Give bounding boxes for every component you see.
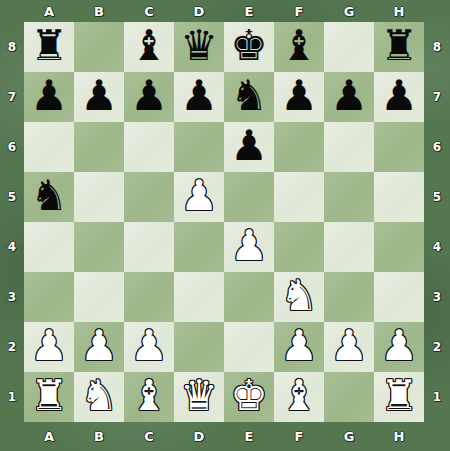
piece-black-bishop: ♝	[280, 21, 318, 71]
square-c4[interactable]	[124, 222, 174, 272]
piece-white-rook: ♜	[380, 371, 418, 421]
square-g2[interactable]: ♟	[324, 322, 374, 372]
square-h6[interactable]	[374, 122, 424, 172]
square-b7[interactable]: ♟	[74, 72, 124, 122]
square-f4[interactable]	[274, 222, 324, 272]
square-a3[interactable]	[24, 272, 74, 322]
piece-black-rook: ♜	[380, 21, 418, 71]
piece-white-pawn: ♟	[230, 221, 268, 271]
square-f2[interactable]: ♟	[274, 322, 324, 372]
file-label-g: G	[324, 0, 374, 22]
file-labels-bottom: ABCDEFGH	[24, 422, 424, 451]
square-h2[interactable]: ♟	[374, 322, 424, 372]
chessboard-app: ABCDEFGH ABCDEFGH 87654321 87654321 ♜♝♛♚…	[0, 0, 450, 451]
square-c2[interactable]: ♟	[124, 322, 174, 372]
piece-black-bishop: ♝	[130, 21, 168, 71]
square-b5[interactable]	[74, 172, 124, 222]
square-f7[interactable]: ♟	[274, 72, 324, 122]
square-b4[interactable]	[74, 222, 124, 272]
piece-white-pawn: ♟	[30, 321, 68, 371]
rank-label-2: 2	[0, 322, 24, 372]
square-a1[interactable]: ♜	[24, 372, 74, 422]
square-d7[interactable]: ♟	[174, 72, 224, 122]
piece-white-knight: ♞	[280, 271, 318, 321]
rank-label-6: 6	[0, 122, 24, 172]
square-a2[interactable]: ♟	[24, 322, 74, 372]
piece-black-rook: ♜	[30, 21, 68, 71]
file-label-a: A	[24, 0, 74, 22]
rank-label-6: 6	[424, 122, 450, 172]
square-g7[interactable]: ♟	[324, 72, 374, 122]
square-g3[interactable]	[324, 272, 374, 322]
file-label-h: H	[374, 422, 424, 451]
file-label-c: C	[124, 422, 174, 451]
square-h1[interactable]: ♜	[374, 372, 424, 422]
rank-label-1: 1	[0, 372, 24, 422]
rank-label-2: 2	[424, 322, 450, 372]
rank-label-3: 3	[0, 272, 24, 322]
file-label-e: E	[224, 0, 274, 22]
square-d6[interactable]	[174, 122, 224, 172]
rank-label-8: 8	[0, 22, 24, 72]
piece-white-knight: ♞	[80, 371, 118, 421]
square-h7[interactable]: ♟	[374, 72, 424, 122]
piece-black-knight: ♞	[230, 71, 268, 121]
rank-labels-right: 87654321	[424, 22, 450, 422]
square-f6[interactable]	[274, 122, 324, 172]
square-e4[interactable]: ♟	[224, 222, 274, 272]
rank-label-4: 4	[424, 222, 450, 272]
square-b6[interactable]	[74, 122, 124, 172]
file-label-h: H	[374, 0, 424, 22]
square-a4[interactable]	[24, 222, 74, 272]
piece-black-pawn: ♟	[80, 71, 118, 121]
piece-black-queen: ♛	[180, 21, 218, 71]
square-g1[interactable]	[324, 372, 374, 422]
square-d4[interactable]	[174, 222, 224, 272]
file-label-c: C	[124, 0, 174, 22]
square-c5[interactable]	[124, 172, 174, 222]
square-f5[interactable]	[274, 172, 324, 222]
square-c6[interactable]	[124, 122, 174, 172]
square-b2[interactable]: ♟	[74, 322, 124, 372]
file-label-d: D	[174, 422, 224, 451]
square-c7[interactable]: ♟	[124, 72, 174, 122]
square-h4[interactable]	[374, 222, 424, 272]
piece-black-pawn: ♟	[180, 71, 218, 121]
square-g5[interactable]	[324, 172, 374, 222]
rank-label-5: 5	[424, 172, 450, 222]
rank-label-3: 3	[424, 272, 450, 322]
square-a8[interactable]: ♜	[24, 22, 74, 72]
square-b1[interactable]: ♞	[74, 372, 124, 422]
square-d5[interactable]: ♟	[174, 172, 224, 222]
square-a7[interactable]: ♟	[24, 72, 74, 122]
rank-labels-left: 87654321	[0, 22, 24, 422]
square-e5[interactable]	[224, 172, 274, 222]
piece-white-pawn: ♟	[280, 321, 318, 371]
piece-white-pawn: ♟	[330, 321, 368, 371]
file-label-g: G	[324, 422, 374, 451]
rank-label-7: 7	[0, 72, 24, 122]
rank-label-8: 8	[424, 22, 450, 72]
square-d8[interactable]: ♛	[174, 22, 224, 72]
square-a6[interactable]	[24, 122, 74, 172]
piece-white-rook: ♜	[30, 371, 68, 421]
square-e3[interactable]	[224, 272, 274, 322]
rank-label-4: 4	[0, 222, 24, 272]
piece-white-pawn: ♟	[380, 321, 418, 371]
piece-white-king: ♚	[230, 371, 268, 421]
file-label-b: B	[74, 422, 124, 451]
piece-black-pawn: ♟	[380, 71, 418, 121]
square-c8[interactable]: ♝	[124, 22, 174, 72]
file-label-d: D	[174, 0, 224, 22]
square-f3[interactable]: ♞	[274, 272, 324, 322]
piece-black-pawn: ♟	[130, 71, 168, 121]
square-e8[interactable]: ♚	[224, 22, 274, 72]
piece-black-pawn: ♟	[230, 121, 268, 171]
square-g6[interactable]	[324, 122, 374, 172]
square-e7[interactable]: ♞	[224, 72, 274, 122]
rank-label-1: 1	[424, 372, 450, 422]
piece-white-pawn: ♟	[180, 171, 218, 221]
square-g8[interactable]	[324, 22, 374, 72]
piece-black-pawn: ♟	[30, 71, 68, 121]
piece-white-bishop: ♝	[130, 371, 168, 421]
square-b8[interactable]	[74, 22, 124, 72]
piece-black-knight: ♞	[30, 171, 68, 221]
square-d2[interactable]	[174, 322, 224, 372]
chess-board: ♜♝♛♚♝♜♟♟♟♟♞♟♟♟♟♞♟♟♞♟♟♟♟♟♟♜♞♝♛♚♝♜	[24, 22, 424, 422]
rank-label-5: 5	[0, 172, 24, 222]
piece-white-bishop: ♝	[280, 371, 318, 421]
square-a5[interactable]: ♞	[24, 172, 74, 222]
square-g4[interactable]	[324, 222, 374, 272]
square-d1[interactable]: ♛	[174, 372, 224, 422]
file-label-a: A	[24, 422, 74, 451]
piece-white-queen: ♛	[180, 371, 218, 421]
square-b3[interactable]	[74, 272, 124, 322]
piece-black-pawn: ♟	[280, 71, 318, 121]
square-e6[interactable]: ♟	[224, 122, 274, 172]
rank-label-7: 7	[424, 72, 450, 122]
square-c1[interactable]: ♝	[124, 372, 174, 422]
piece-white-pawn: ♟	[130, 321, 168, 371]
file-labels-top: ABCDEFGH	[24, 0, 424, 22]
piece-black-pawn: ♟	[330, 71, 368, 121]
file-label-f: F	[274, 0, 324, 22]
square-h5[interactable]	[374, 172, 424, 222]
file-label-f: F	[274, 422, 324, 451]
file-label-e: E	[224, 422, 274, 451]
square-f8[interactable]: ♝	[274, 22, 324, 72]
square-h3[interactable]	[374, 272, 424, 322]
square-c3[interactable]	[124, 272, 174, 322]
square-e2[interactable]	[224, 322, 274, 372]
square-d3[interactable]	[174, 272, 224, 322]
square-e1[interactable]: ♚	[224, 372, 274, 422]
piece-white-pawn: ♟	[80, 321, 118, 371]
square-f1[interactable]: ♝	[274, 372, 324, 422]
file-label-b: B	[74, 0, 124, 22]
piece-black-king: ♚	[230, 21, 268, 71]
square-h8[interactable]: ♜	[374, 22, 424, 72]
